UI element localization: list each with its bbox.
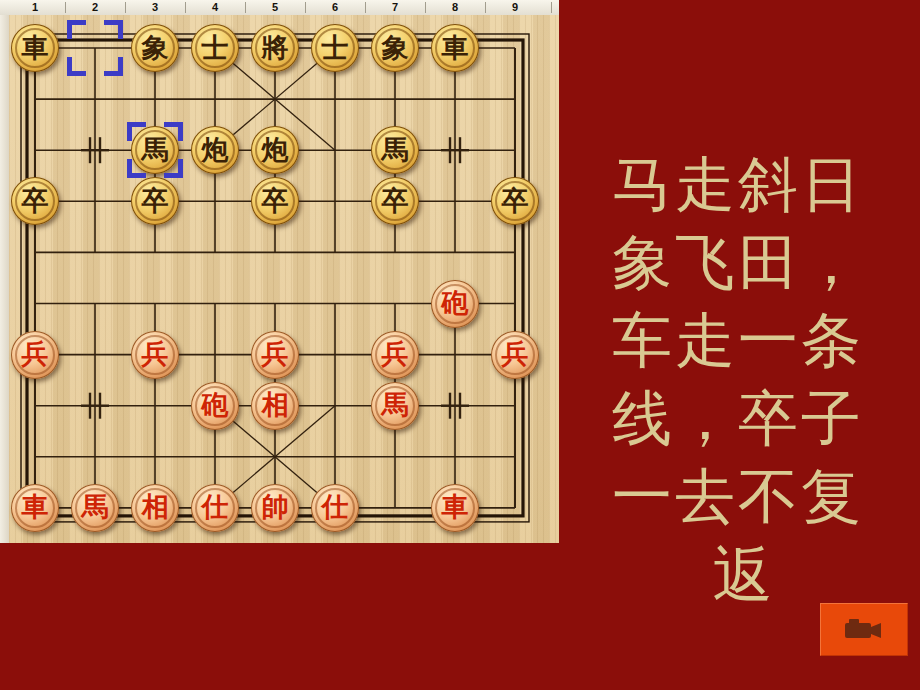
piece-black-chariot[interactable]: 車 bbox=[431, 24, 479, 72]
ruler-label: 5 bbox=[264, 0, 286, 14]
piece-red-soldier[interactable]: 兵 bbox=[251, 331, 299, 379]
ruler-tick bbox=[551, 2, 552, 13]
ruler-tick bbox=[245, 2, 246, 13]
piece-black-cannon[interactable]: 炮 bbox=[191, 126, 239, 174]
ruler-tick bbox=[185, 2, 186, 13]
piece-black-general[interactable]: 將 bbox=[251, 24, 299, 72]
ruler-label: 7 bbox=[384, 0, 406, 14]
piece-black-soldier[interactable]: 卒 bbox=[491, 177, 539, 225]
ruler-tick bbox=[365, 2, 366, 13]
piece-red-elephant[interactable]: 相 bbox=[251, 382, 299, 430]
piece-red-soldier[interactable]: 兵 bbox=[11, 331, 59, 379]
xiangqi-board-window: 123456789 車象士將士象車馬炮炮馬卒卒卒卒卒砲兵兵兵兵兵砲相馬車馬相仕帥… bbox=[0, 0, 559, 543]
caption-line: 象飞田， bbox=[612, 224, 876, 302]
piece-black-soldier[interactable]: 卒 bbox=[11, 177, 59, 225]
last-move-marker bbox=[127, 122, 183, 178]
piece-red-soldier[interactable]: 兵 bbox=[131, 331, 179, 379]
last-move-marker bbox=[67, 20, 123, 76]
media-action-button[interactable] bbox=[820, 603, 908, 656]
caption-line: 线，卒子 bbox=[612, 380, 876, 458]
board-grid bbox=[9, 15, 559, 543]
ruler-tick bbox=[305, 2, 306, 13]
piece-red-chariot[interactable]: 車 bbox=[431, 484, 479, 532]
ruler-label: 8 bbox=[444, 0, 466, 14]
piece-red-advisor[interactable]: 仕 bbox=[311, 484, 359, 532]
piece-red-advisor[interactable]: 仕 bbox=[191, 484, 239, 532]
ruler-label: 4 bbox=[204, 0, 226, 14]
piece-black-cannon[interactable]: 炮 bbox=[251, 126, 299, 174]
piece-red-soldier[interactable]: 兵 bbox=[491, 331, 539, 379]
ruler-tick bbox=[65, 2, 66, 13]
piece-red-general[interactable]: 帥 bbox=[251, 484, 299, 532]
piece-black-soldier[interactable]: 卒 bbox=[251, 177, 299, 225]
piece-red-cannon[interactable]: 砲 bbox=[431, 280, 479, 328]
piece-red-cannon[interactable]: 砲 bbox=[191, 382, 239, 430]
piece-black-soldier[interactable]: 卒 bbox=[131, 177, 179, 225]
ruler-label: 3 bbox=[144, 0, 166, 14]
piece-black-elephant[interactable]: 象 bbox=[371, 24, 419, 72]
piece-red-chariot[interactable]: 車 bbox=[11, 484, 59, 532]
piece-red-horse[interactable]: 馬 bbox=[371, 382, 419, 430]
xiangqi-board[interactable]: 車象士將士象車馬炮炮馬卒卒卒卒卒砲兵兵兵兵兵砲相馬車馬相仕帥仕車 bbox=[9, 15, 559, 543]
piece-black-chariot[interactable]: 車 bbox=[11, 24, 59, 72]
window-left-margin bbox=[0, 15, 9, 543]
ruler-label: 9 bbox=[504, 0, 526, 14]
piece-black-elephant[interactable]: 象 bbox=[131, 24, 179, 72]
piece-black-advisor[interactable]: 士 bbox=[191, 24, 239, 72]
video-camera-icon bbox=[844, 618, 884, 642]
ruler-tick bbox=[125, 2, 126, 13]
piece-red-soldier[interactable]: 兵 bbox=[371, 331, 419, 379]
ruler-label: 6 bbox=[324, 0, 346, 14]
piece-black-advisor[interactable]: 士 bbox=[311, 24, 359, 72]
piece-black-soldier[interactable]: 卒 bbox=[371, 177, 419, 225]
caption-line: 车走一条 bbox=[612, 302, 876, 380]
caption-line: 马走斜日 bbox=[612, 146, 876, 224]
caption-line: 一去不复 bbox=[612, 458, 876, 536]
slide-caption: 马走斜日 象飞田， 车走一条 线，卒子 一去不复 返 bbox=[612, 146, 876, 614]
slide-background: 123456789 車象士將士象車馬炮炮馬卒卒卒卒卒砲兵兵兵兵兵砲相馬車馬相仕帥… bbox=[0, 0, 920, 690]
piece-black-horse[interactable]: 馬 bbox=[371, 126, 419, 174]
piece-red-horse[interactable]: 馬 bbox=[71, 484, 119, 532]
ruler-label: 1 bbox=[24, 0, 46, 14]
ruler-label: 2 bbox=[84, 0, 106, 14]
ruler-tick bbox=[485, 2, 486, 13]
piece-red-elephant[interactable]: 相 bbox=[131, 484, 179, 532]
ruler-tick bbox=[425, 2, 426, 13]
column-ruler: 123456789 bbox=[0, 0, 559, 16]
